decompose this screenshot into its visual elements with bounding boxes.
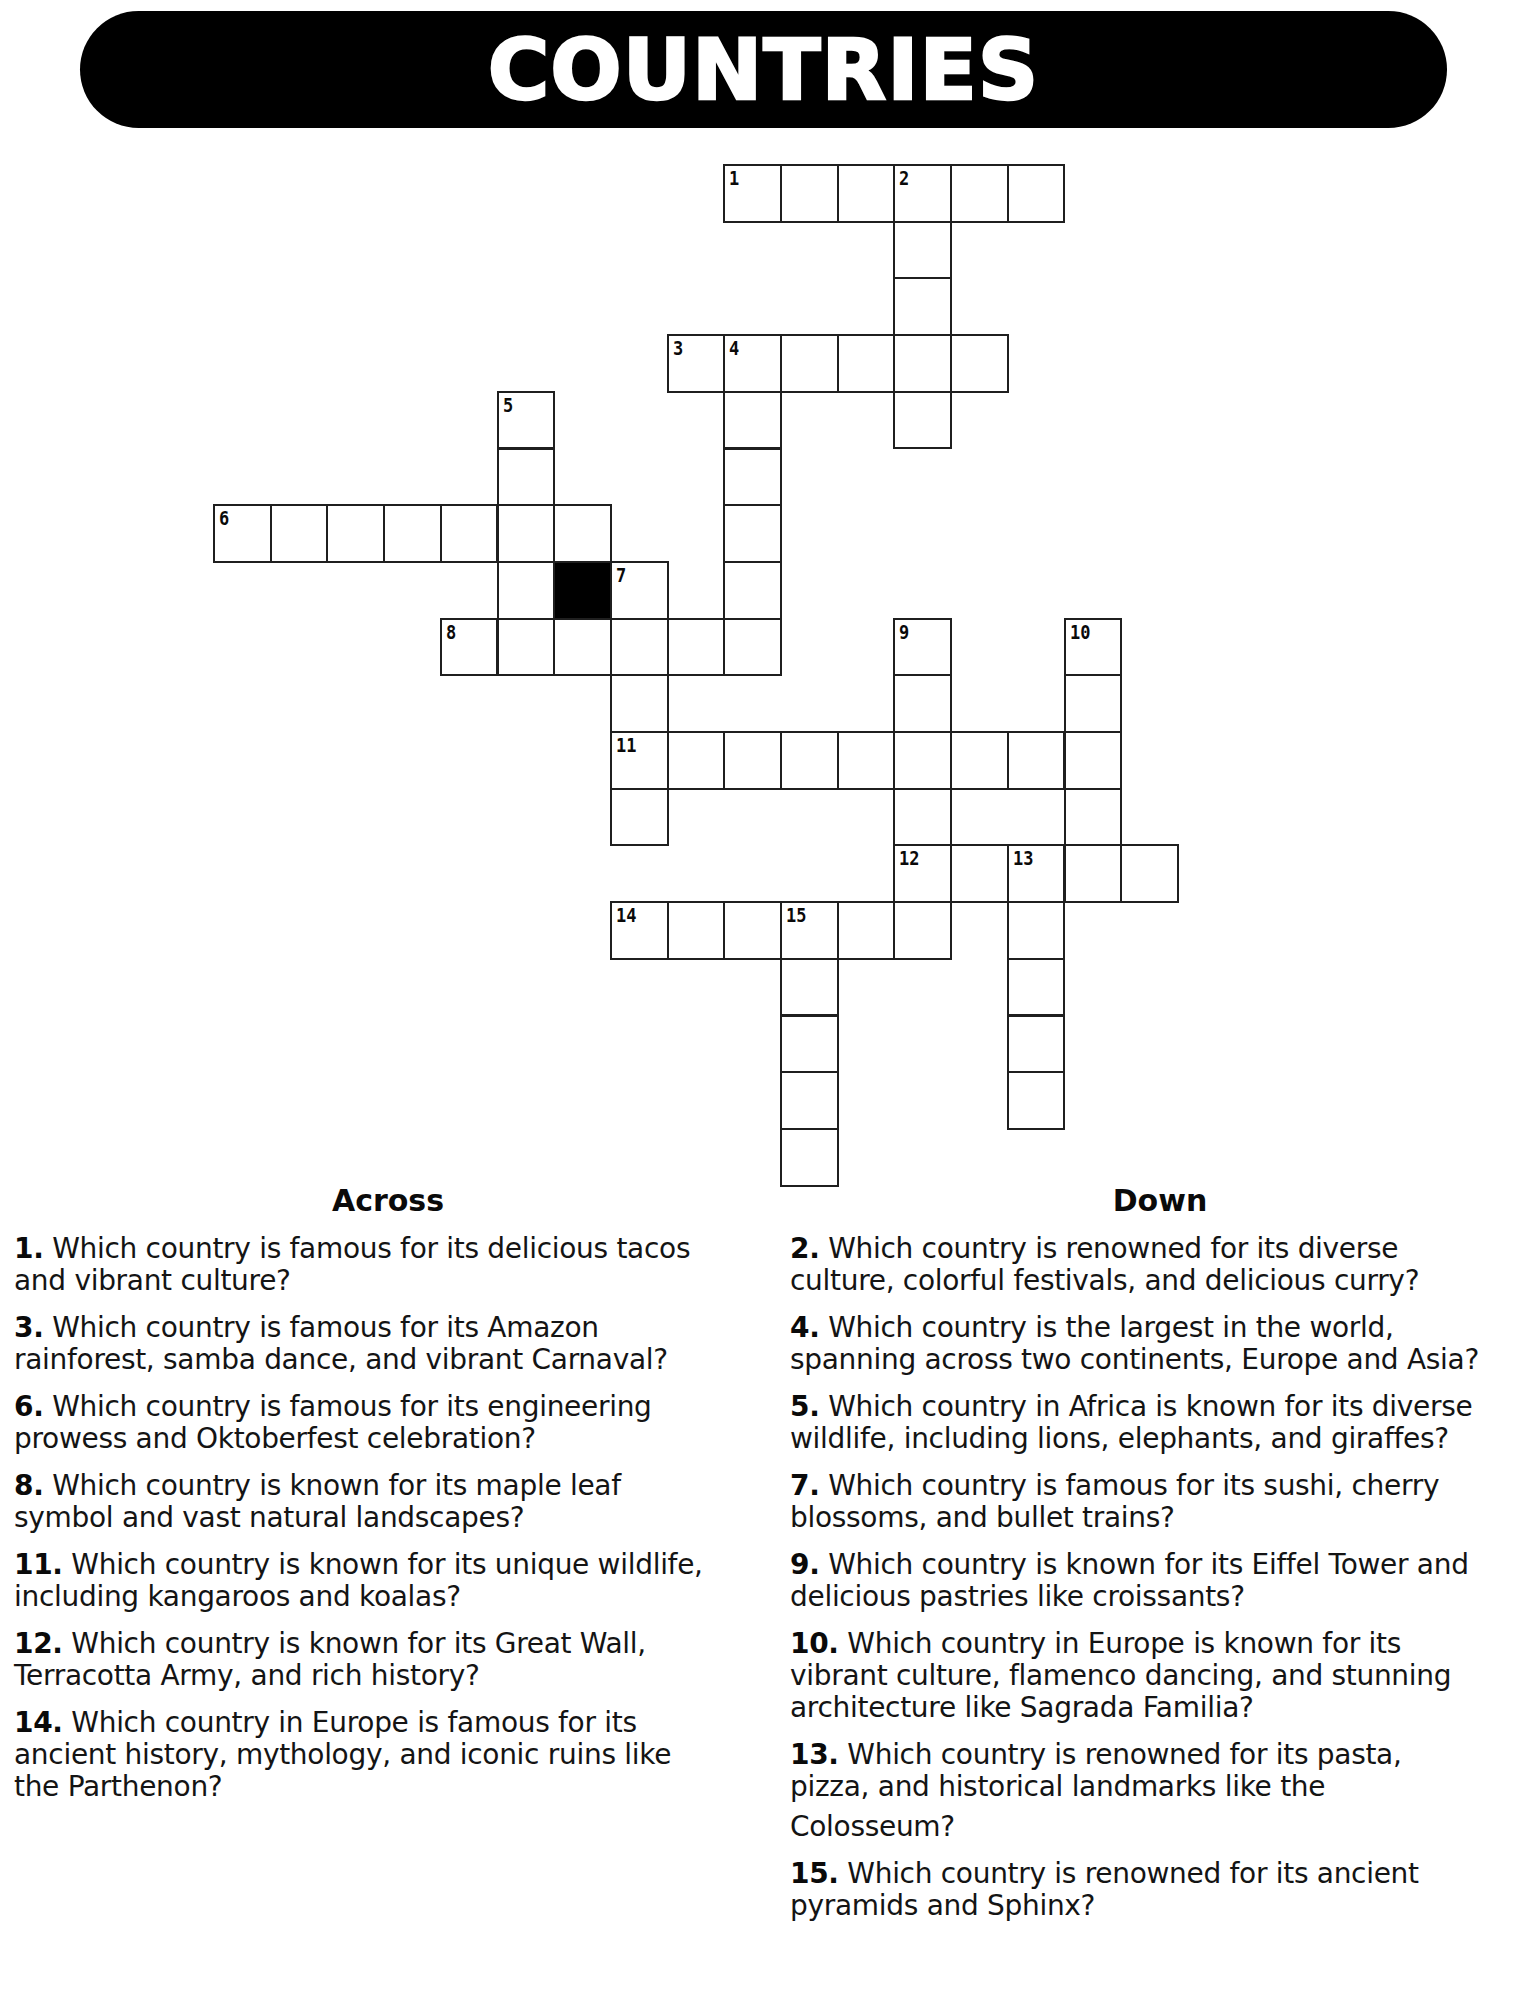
clue-text: Which country is renowned for its pasta,… <box>790 1738 1402 1803</box>
grid-cell[interactable] <box>780 958 839 1017</box>
grid-cell[interactable]: 14 <box>610 901 669 960</box>
grid-cell[interactable] <box>837 731 896 790</box>
clue-item: 15. Which country is renowned for its an… <box>790 1858 1530 1922</box>
grid-cell[interactable]: 7 <box>610 561 669 620</box>
grid-cell[interactable] <box>723 731 782 790</box>
grid-cell[interactable] <box>667 901 726 960</box>
clue-continuation: Colosseum? <box>790 1811 1530 1843</box>
clue-number: 9. <box>790 1548 820 1581</box>
cell-number: 5 <box>503 395 513 415</box>
clue-text: Which country in Europe is famous for it… <box>14 1706 671 1803</box>
clue-text: Which country is famous for its Amazon r… <box>14 1311 668 1376</box>
grid-cell[interactable]: 5 <box>497 391 556 450</box>
grid-cell[interactable] <box>383 504 442 563</box>
grid-cell[interactable] <box>950 164 1009 223</box>
black-cell <box>553 561 612 620</box>
cell-number: 13 <box>1013 848 1033 868</box>
clue-text: Which country in Africa is known for its… <box>790 1390 1472 1455</box>
grid-cell[interactable] <box>893 674 952 733</box>
clue-number: 13. <box>790 1738 839 1771</box>
cell-number: 8 <box>446 622 456 642</box>
grid-cell[interactable] <box>610 674 669 733</box>
clue-number: 12. <box>14 1627 63 1660</box>
grid-cell[interactable] <box>723 391 782 450</box>
clue-text: Which country is known for its maple lea… <box>14 1469 621 1534</box>
grid-cell[interactable] <box>837 164 896 223</box>
grid-cell[interactable] <box>497 504 556 563</box>
clue-text: Which country is famous for its engineer… <box>14 1390 652 1455</box>
cell-number: 1 <box>729 168 739 188</box>
grid-cell[interactable]: 12 <box>893 844 952 903</box>
grid-cell[interactable] <box>553 504 612 563</box>
across-clues-column: Across 1. Which country is famous for it… <box>14 1184 762 1803</box>
clue-number: 14. <box>14 1706 63 1739</box>
grid-cell[interactable] <box>1007 1071 1066 1130</box>
cell-number: 10 <box>1070 622 1090 642</box>
clue-number: 6. <box>14 1390 44 1423</box>
clue-text: Which country is famous for its deliciou… <box>14 1232 690 1297</box>
grid-cell[interactable] <box>893 788 952 847</box>
clue-text: Which country is famous for its sushi, c… <box>790 1469 1439 1534</box>
clue-item: 3. Which country is famous for its Amazo… <box>14 1312 762 1376</box>
grid-cell[interactable] <box>950 844 1009 903</box>
grid-cell[interactable] <box>893 221 952 280</box>
clue-number: 8. <box>14 1469 44 1502</box>
grid-cell[interactable] <box>1007 901 1066 960</box>
grid-cell[interactable]: 6 <box>213 504 272 563</box>
grid-cell[interactable] <box>723 561 782 620</box>
cell-number: 15 <box>786 905 806 925</box>
clue-number: 2. <box>790 1232 820 1265</box>
clue-text: Which country is known for its Great Wal… <box>14 1627 646 1692</box>
across-clue-list: 1. Which country is famous for its delic… <box>14 1233 762 1803</box>
grid-cell[interactable] <box>610 618 669 677</box>
grid-cell[interactable] <box>553 618 612 677</box>
clue-number: 10. <box>790 1627 839 1660</box>
clue-item: 8. Which country is known for its maple … <box>14 1470 762 1534</box>
grid-cell[interactable] <box>497 618 556 677</box>
grid-cell[interactable] <box>780 731 839 790</box>
grid-cell[interactable] <box>1064 731 1123 790</box>
cell-number: 14 <box>616 905 636 925</box>
clue-number: 7. <box>790 1469 820 1502</box>
clue-item: 1. Which country is famous for its delic… <box>14 1233 762 1297</box>
grid-cell[interactable] <box>780 1015 839 1074</box>
grid-cell[interactable] <box>1007 958 1066 1017</box>
grid-cell[interactable]: 15 <box>780 901 839 960</box>
grid-cell[interactable] <box>440 504 499 563</box>
grid-cell[interactable] <box>723 901 782 960</box>
cell-number: 2 <box>899 168 909 188</box>
clue-text: Which country is known for its unique wi… <box>14 1548 703 1613</box>
clue-item: 6. Which country is famous for its engin… <box>14 1391 762 1455</box>
clue-item: 13. Which country is renowned for its pa… <box>790 1739 1530 1803</box>
grid-cell[interactable] <box>780 1071 839 1130</box>
grid-cell[interactable] <box>893 731 952 790</box>
grid-cell[interactable] <box>1007 1015 1066 1074</box>
grid-cell[interactable] <box>893 391 952 450</box>
across-header: Across <box>14 1184 762 1218</box>
cell-number: 12 <box>899 848 919 868</box>
clue-item: 10. Which country in Europe is known for… <box>790 1628 1530 1724</box>
clue-number: 3. <box>14 1311 44 1344</box>
grid-cell[interactable]: 8 <box>440 618 499 677</box>
grid-cell[interactable]: 11 <box>610 731 669 790</box>
clue-text: Which country is known for its Eiffel To… <box>790 1548 1469 1613</box>
clue-item: 2. Which country is renowned for its div… <box>790 1233 1530 1297</box>
clue-item: 11. Which country is known for its uniqu… <box>14 1549 762 1613</box>
clue-item: 4. Which country is the largest in the w… <box>790 1312 1530 1376</box>
grid-cell[interactable]: 13 <box>1007 844 1066 903</box>
page-title: COUNTRIES <box>488 28 1040 112</box>
grid-cell[interactable] <box>837 901 896 960</box>
grid-cell[interactable] <box>1064 844 1123 903</box>
grid-cell[interactable] <box>837 334 896 393</box>
grid-cell[interactable] <box>497 448 556 507</box>
cell-number: 9 <box>899 622 909 642</box>
grid-cell[interactable] <box>723 448 782 507</box>
clue-number: 4. <box>790 1311 820 1344</box>
clue-text: Which country is renowned for its divers… <box>790 1232 1419 1297</box>
clue-item: 9. Which country is known for its Eiffel… <box>790 1549 1530 1613</box>
cell-number: 3 <box>673 338 683 358</box>
title-banner: COUNTRIES <box>80 11 1447 128</box>
grid-cell[interactable] <box>1064 674 1123 733</box>
grid-cell[interactable]: 10 <box>1064 618 1123 677</box>
clue-number: 5. <box>790 1390 820 1423</box>
grid-cell[interactable] <box>893 334 952 393</box>
clue-number: 11. <box>14 1548 63 1581</box>
grid-cell[interactable] <box>1120 844 1179 903</box>
grid-cell[interactable] <box>667 618 726 677</box>
grid-cell[interactable]: 1 <box>723 164 782 223</box>
clue-number: 15. <box>790 1857 839 1890</box>
grid-cell[interactable]: 9 <box>893 618 952 677</box>
grid-cell[interactable] <box>950 731 1009 790</box>
clue-text: Colosseum? <box>790 1810 955 1843</box>
clue-item: 12. Which country is known for its Great… <box>14 1628 762 1692</box>
crossword-grid: 123456789101112131415 <box>213 164 1177 1185</box>
cell-number: 7 <box>616 565 626 585</box>
grid-cell[interactable] <box>780 164 839 223</box>
clue-text: Which country in Europe is known for its… <box>790 1627 1451 1724</box>
grid-cell[interactable] <box>667 731 726 790</box>
clue-item: 7. Which country is famous for its sushi… <box>790 1470 1530 1534</box>
cell-number: 6 <box>219 508 229 528</box>
grid-cell[interactable] <box>780 1128 839 1187</box>
grid-cell[interactable] <box>1007 731 1066 790</box>
grid-cell[interactable]: 3 <box>667 334 726 393</box>
grid-cell[interactable] <box>270 504 329 563</box>
grid-cell[interactable] <box>723 504 782 563</box>
grid-cell[interactable] <box>893 901 952 960</box>
grid-cell[interactable]: 4 <box>723 334 782 393</box>
down-header: Down <box>790 1184 1530 1218</box>
grid-cell[interactable] <box>723 618 782 677</box>
down-clues-column: Down 2. Which country is renowned for it… <box>790 1184 1530 1922</box>
cell-number: 4 <box>729 338 739 358</box>
grid-cell[interactable] <box>950 334 1009 393</box>
grid-cell[interactable] <box>893 277 952 336</box>
grid-cell[interactable] <box>1007 164 1066 223</box>
grid-cell[interactable]: 2 <box>893 164 952 223</box>
grid-cell[interactable] <box>1064 788 1123 847</box>
clue-text: Which country is renowned for its ancien… <box>790 1857 1419 1922</box>
cell-number: 11 <box>616 735 636 755</box>
down-clue-list: 2. Which country is renowned for its div… <box>790 1233 1530 1922</box>
clue-item: 14. Which country in Europe is famous fo… <box>14 1707 762 1803</box>
clue-text: Which country is the largest in the worl… <box>790 1311 1479 1376</box>
grid-cell[interactable] <box>326 504 385 563</box>
clue-item: 5. Which country in Africa is known for … <box>790 1391 1530 1455</box>
grid-cell[interactable] <box>497 561 556 620</box>
clue-number: 1. <box>14 1232 44 1265</box>
grid-cell[interactable] <box>780 334 839 393</box>
grid-cell[interactable] <box>610 788 669 847</box>
crossword-page: { "title": "COUNTRIES", "game": "crosswo… <box>0 0 1533 2000</box>
